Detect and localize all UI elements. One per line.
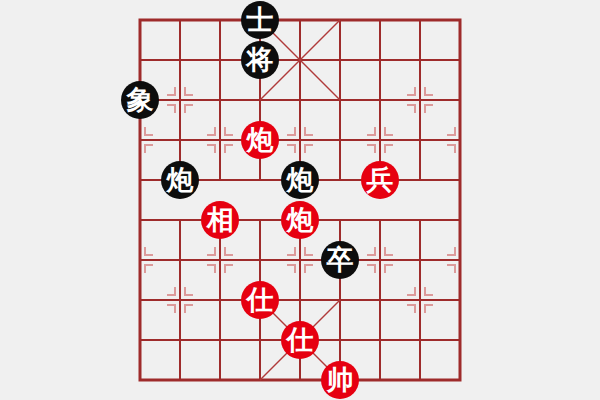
piece-red-advisor[interactable]: 仕 (281, 321, 319, 359)
piece-black-soldier[interactable]: 卒 (321, 241, 359, 279)
pieces-layer: 士将象炮炮炮兵相炮卒仕仕帅 (140, 20, 460, 380)
piece-red-cannon[interactable]: 炮 (241, 121, 279, 159)
piece-red-advisor[interactable]: 仕 (241, 281, 279, 319)
xiangqi-screenshot: 士将象炮炮炮兵相炮卒仕仕帅 (0, 0, 600, 400)
piece-black-general[interactable]: 将 (241, 41, 279, 79)
piece-red-cannon[interactable]: 炮 (281, 201, 319, 239)
piece-red-soldier[interactable]: 兵 (361, 161, 399, 199)
xiangqi-board: 士将象炮炮炮兵相炮卒仕仕帅 (140, 20, 460, 380)
piece-red-general[interactable]: 帅 (321, 361, 359, 399)
piece-black-advisor[interactable]: 士 (241, 1, 279, 39)
piece-black-cannon[interactable]: 炮 (161, 161, 199, 199)
piece-red-elephant[interactable]: 相 (201, 201, 239, 239)
piece-black-cannon[interactable]: 炮 (281, 161, 319, 199)
piece-black-elephant[interactable]: 象 (121, 81, 159, 119)
